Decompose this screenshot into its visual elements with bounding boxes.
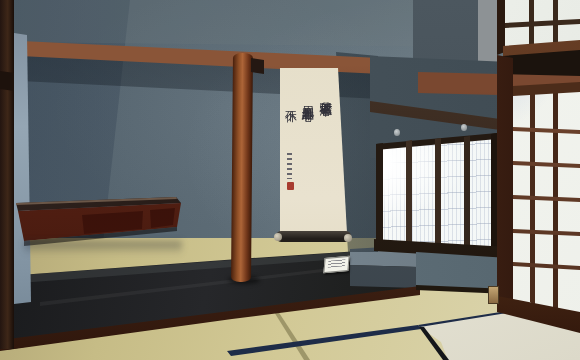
calligraphy-column-2: 里烈士暮年壯心 bbox=[299, 97, 316, 215]
japanese-room-photo: 老驥伏櫪志在千 里烈士暮年壯心 不休 bbox=[0, 0, 580, 360]
calligraphy-column-1: 老驥伏櫪志在千 bbox=[317, 92, 334, 210]
scroll-red-seal bbox=[287, 182, 294, 190]
scroll-roller bbox=[276, 231, 351, 242]
left-wall-pillar bbox=[0, 0, 14, 349]
roller-knob bbox=[274, 233, 282, 241]
shelf-wall-shadow bbox=[24, 241, 182, 255]
exhibit-label-text-lines bbox=[327, 259, 345, 268]
roller-knob bbox=[344, 234, 352, 242]
alcove-pillar bbox=[231, 53, 253, 282]
wall-fitting bbox=[488, 286, 499, 304]
scroll-signature bbox=[287, 153, 292, 179]
exhibit-label-card bbox=[323, 256, 349, 273]
metal-hook bbox=[461, 124, 467, 131]
metal-hook bbox=[394, 129, 400, 136]
